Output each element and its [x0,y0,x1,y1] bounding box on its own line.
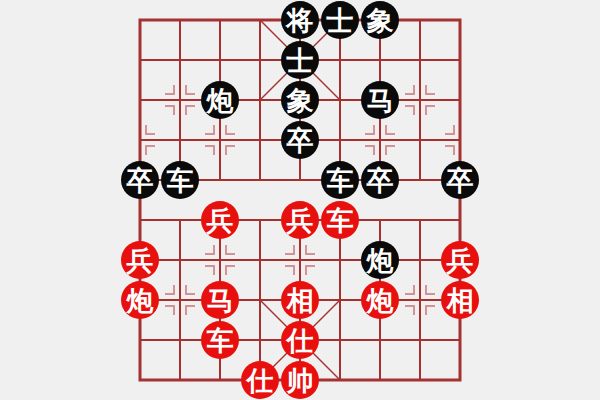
piece-black-cannon[interactable]: 炮 [361,241,399,279]
piece-red-elephant[interactable]: 相 [441,281,479,319]
piece-black-chariot[interactable]: 车 [161,161,199,199]
piece-black-soldier[interactable]: 卒 [441,161,479,199]
piece-red-chariot[interactable]: 车 [201,321,239,359]
piece-black-soldier[interactable]: 卒 [361,161,399,199]
piece-black-soldier[interactable]: 卒 [281,121,319,159]
piece-red-cannon[interactable]: 炮 [121,281,159,319]
piece-red-advisor[interactable]: 仕 [281,321,319,359]
piece-black-horse[interactable]: 马 [361,81,399,119]
xiangqi-board[interactable]: 将士象士炮象马卒卒车车卒卒炮兵兵车兵兵炮马相炮相车仕仕帅 [0,0,600,400]
piece-black-soldier[interactable]: 卒 [121,161,159,199]
piece-red-soldier[interactable]: 兵 [441,241,479,279]
piece-black-chariot[interactable]: 车 [321,161,359,199]
piece-red-soldier[interactable]: 兵 [281,201,319,239]
piece-black-advisor[interactable]: 士 [281,41,319,79]
piece-red-soldier[interactable]: 兵 [121,241,159,279]
piece-red-advisor[interactable]: 仕 [241,361,279,399]
piece-red-cannon[interactable]: 炮 [361,281,399,319]
piece-red-elephant[interactable]: 相 [281,281,319,319]
piece-red-general[interactable]: 帅 [281,361,319,399]
piece-red-soldier[interactable]: 兵 [201,201,239,239]
piece-black-elephant[interactable]: 象 [281,81,319,119]
piece-red-chariot[interactable]: 车 [321,201,359,239]
xiangqi-screenshot: 将士象士炮象马卒卒车车卒卒炮兵兵车兵兵炮马相炮相车仕仕帅 [0,0,600,400]
piece-red-horse[interactable]: 马 [201,281,239,319]
piece-black-elephant[interactable]: 象 [361,1,399,39]
piece-black-cannon[interactable]: 炮 [201,81,239,119]
piece-black-advisor[interactable]: 士 [321,1,359,39]
piece-black-general[interactable]: 将 [281,1,319,39]
